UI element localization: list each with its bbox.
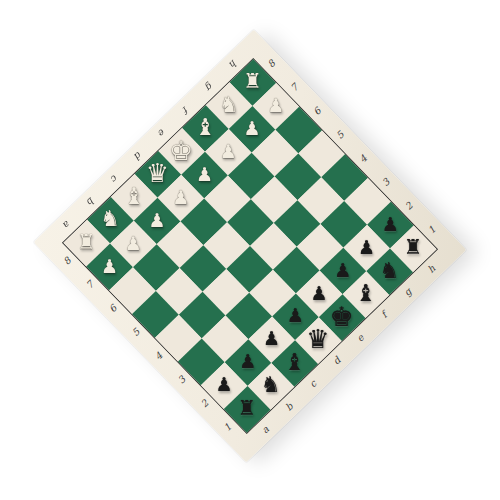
piece-black-pawn-d2: ♟ <box>286 306 303 325</box>
piece-white-pawn-d7: ♟ <box>172 188 189 207</box>
piece-black-rook-a1: ♜ <box>237 398 256 419</box>
piece-black-king-e1: ♚ <box>329 303 353 330</box>
piece-white-king-e8: ♚ <box>168 137 192 164</box>
piece-white-knight-b8: ♞ <box>100 208 120 230</box>
piece-white-pawn-e7: ♟ <box>195 165 212 184</box>
piece-black-queen-d1: ♛ <box>306 326 329 352</box>
piece-white-pawn-f7: ♟ <box>219 142 236 161</box>
piece-black-bishop-f1: ♝ <box>355 282 376 305</box>
piece-white-queen-d8: ♛ <box>145 160 168 186</box>
piece-white-pawn-b7: ♟ <box>124 234 141 253</box>
piece-white-pawn-g7: ♟ <box>243 119 260 138</box>
piece-black-pawn-f2: ♟ <box>334 261 351 280</box>
piece-black-rook-h1: ♜ <box>403 237 422 258</box>
piece-white-bishop-c8: ♝ <box>123 185 144 208</box>
piece-black-pawn-c2: ♟ <box>262 329 279 348</box>
board-grid: ♜♞♝♛♚♝♞♜♟♟♟♟♟♟♟♟♟♟♟♟♟♟♟♟♜♞♝♛♚♝♞♜ <box>62 58 438 434</box>
piece-black-pawn-b2: ♟ <box>239 352 256 371</box>
piece-white-knight-g8: ♞ <box>218 94 238 116</box>
piece-white-rook-a8: ♜ <box>76 232 95 253</box>
piece-white-bishop-f8: ♝ <box>194 116 215 139</box>
piece-black-knight-g1: ♞ <box>379 260 399 282</box>
piece-black-bishop-c1: ♝ <box>283 351 304 374</box>
piece-white-pawn-h7: ♟ <box>266 96 283 115</box>
piece-white-pawn-c7: ♟ <box>148 211 165 230</box>
piece-black-pawn-h2: ♟ <box>381 215 398 234</box>
piece-black-knight-b1: ♞ <box>260 374 280 396</box>
piece-black-pawn-e2: ♟ <box>310 284 327 303</box>
piece-black-pawn-g2: ♟ <box>357 238 374 257</box>
product-photo-scene: abcdefgh abcdefgh 87654321 87654321 ♜♞♝♛… <box>0 0 500 500</box>
piece-white-pawn-a7: ♟ <box>100 257 117 276</box>
vinyl-chess-board: abcdefgh abcdefgh 87654321 87654321 ♜♞♝♛… <box>34 30 467 463</box>
piece-white-rook-h8: ♜ <box>243 71 262 92</box>
piece-black-pawn-a2: ♟ <box>215 375 232 394</box>
